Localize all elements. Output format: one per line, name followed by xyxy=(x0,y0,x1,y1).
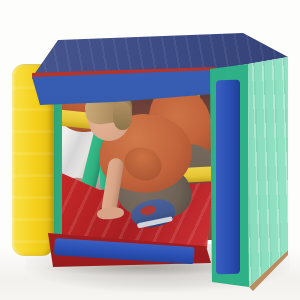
right-panel-blue-stripe xyxy=(216,80,240,274)
product-photo xyxy=(0,0,300,300)
shoe-lace-patch xyxy=(139,204,157,216)
child-hair-back xyxy=(113,102,132,130)
